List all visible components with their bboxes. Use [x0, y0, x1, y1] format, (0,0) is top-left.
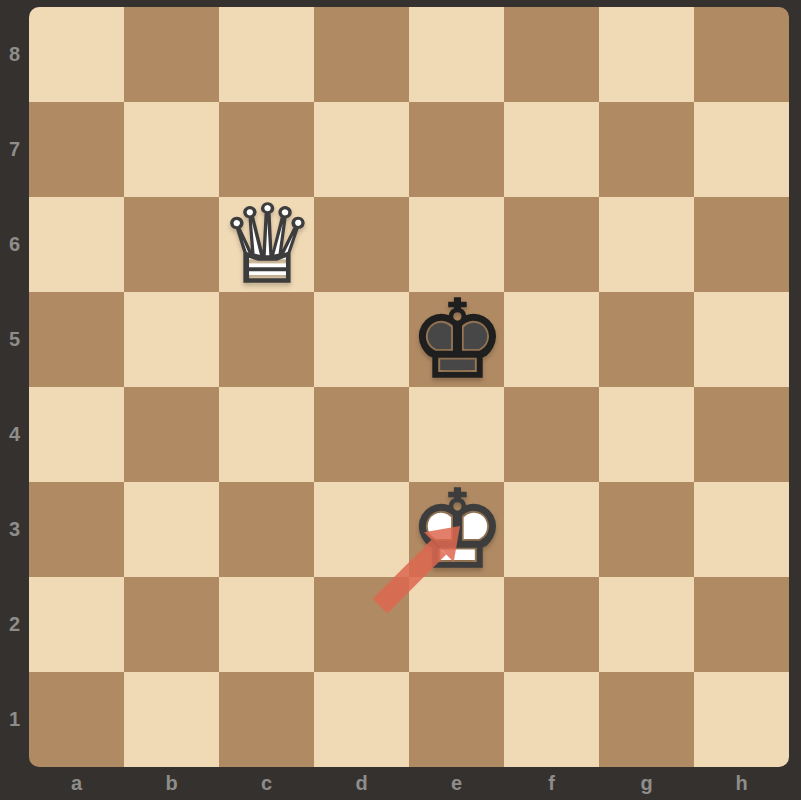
square-f3[interactable]	[504, 482, 599, 577]
rank-label-5: 5	[0, 292, 29, 387]
square-a8[interactable]	[29, 7, 124, 102]
square-c2[interactable]	[219, 577, 314, 672]
square-f8[interactable]	[504, 7, 599, 102]
square-g8[interactable]	[599, 7, 694, 102]
square-h6[interactable]	[694, 197, 789, 292]
square-f6[interactable]	[504, 197, 599, 292]
square-h2[interactable]	[694, 577, 789, 672]
square-d1[interactable]	[314, 672, 409, 767]
chess-app: 87654321 abcdefgh ♛♕♚♔♚♔	[0, 0, 801, 800]
square-b6[interactable]	[124, 197, 219, 292]
square-d8[interactable]	[314, 7, 409, 102]
square-a6[interactable]	[29, 197, 124, 292]
square-f5[interactable]	[504, 292, 599, 387]
rank-label-8: 8	[0, 7, 29, 102]
square-h5[interactable]	[694, 292, 789, 387]
square-g1[interactable]	[599, 672, 694, 767]
square-h8[interactable]	[694, 7, 789, 102]
square-c1[interactable]	[219, 672, 314, 767]
square-h3[interactable]	[694, 482, 789, 577]
square-h7[interactable]	[694, 102, 789, 197]
square-a3[interactable]	[29, 482, 124, 577]
square-a2[interactable]	[29, 577, 124, 672]
square-c8[interactable]	[219, 7, 314, 102]
piece-white-king[interactable]: ♚♔	[409, 482, 504, 577]
white-king-outline-glyph: ♔	[409, 482, 506, 577]
square-d6[interactable]	[314, 197, 409, 292]
square-g7[interactable]	[599, 102, 694, 197]
file-label-a: a	[29, 767, 124, 800]
rank-label-6: 6	[0, 197, 29, 292]
white-queen-outline-glyph: ♕	[219, 197, 316, 292]
square-d3[interactable]	[314, 482, 409, 577]
square-f7[interactable]	[504, 102, 599, 197]
square-g4[interactable]	[599, 387, 694, 482]
square-d2[interactable]	[314, 577, 409, 672]
square-c4[interactable]	[219, 387, 314, 482]
square-b5[interactable]	[124, 292, 219, 387]
piece-white-queen[interactable]: ♛♕	[219, 197, 314, 292]
square-b7[interactable]	[124, 102, 219, 197]
square-f2[interactable]	[504, 577, 599, 672]
square-e8[interactable]	[409, 7, 504, 102]
square-a4[interactable]	[29, 387, 124, 482]
square-f1[interactable]	[504, 672, 599, 767]
square-b1[interactable]	[124, 672, 219, 767]
square-a7[interactable]	[29, 102, 124, 197]
file-label-h: h	[694, 767, 789, 800]
square-a5[interactable]	[29, 292, 124, 387]
square-g5[interactable]	[599, 292, 694, 387]
square-b3[interactable]	[124, 482, 219, 577]
square-g6[interactable]	[599, 197, 694, 292]
rank-label-4: 4	[0, 387, 29, 482]
square-d7[interactable]	[314, 102, 409, 197]
square-h4[interactable]	[694, 387, 789, 482]
chess-board: ♛♕♚♔♚♔	[29, 7, 789, 767]
square-f4[interactable]	[504, 387, 599, 482]
square-e7[interactable]	[409, 102, 504, 197]
file-label-f: f	[504, 767, 599, 800]
square-d4[interactable]	[314, 387, 409, 482]
square-g3[interactable]	[599, 482, 694, 577]
rank-labels: 87654321	[0, 7, 29, 767]
file-label-e: e	[409, 767, 504, 800]
file-label-c: c	[219, 767, 314, 800]
square-d5[interactable]	[314, 292, 409, 387]
piece-black-king[interactable]: ♚♔	[409, 292, 504, 387]
black-king-outline-glyph: ♔	[409, 292, 506, 387]
square-b2[interactable]	[124, 577, 219, 672]
square-b4[interactable]	[124, 387, 219, 482]
square-a1[interactable]	[29, 672, 124, 767]
rank-label-2: 2	[0, 577, 29, 672]
file-label-d: d	[314, 767, 409, 800]
rank-label-1: 1	[0, 672, 29, 767]
square-h1[interactable]	[694, 672, 789, 767]
file-label-b: b	[124, 767, 219, 800]
square-g2[interactable]	[599, 577, 694, 672]
rank-label-7: 7	[0, 102, 29, 197]
file-labels: abcdefgh	[29, 767, 789, 800]
square-b8[interactable]	[124, 7, 219, 102]
rank-label-3: 3	[0, 482, 29, 577]
square-c3[interactable]	[219, 482, 314, 577]
file-label-g: g	[599, 767, 694, 800]
square-e1[interactable]	[409, 672, 504, 767]
